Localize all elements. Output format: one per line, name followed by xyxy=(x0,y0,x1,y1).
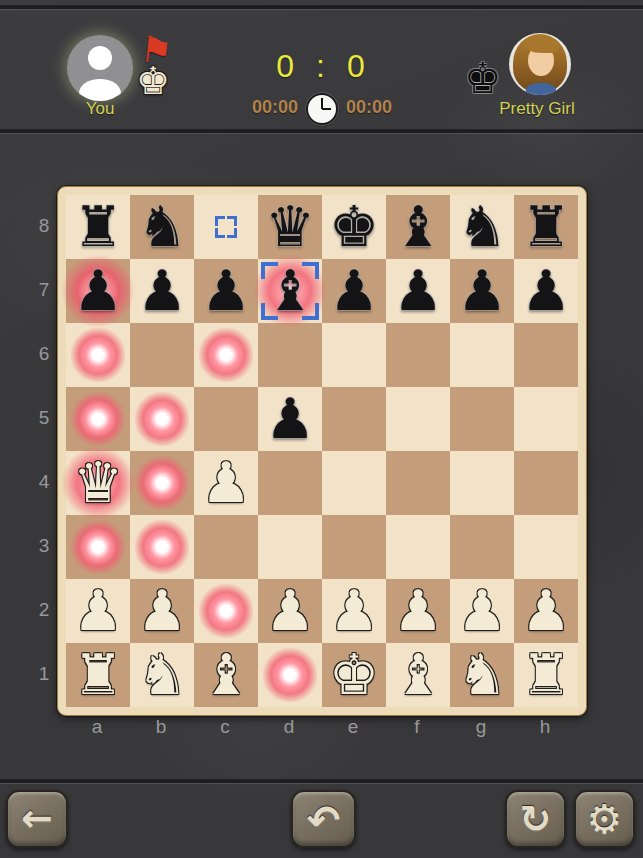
black-pawn-h7: ♟ xyxy=(514,259,578,323)
white-knight-g1: ♞ xyxy=(450,643,514,707)
rotate-icon: ↻ xyxy=(520,797,552,841)
rank-labels: 87654321 xyxy=(34,194,54,706)
header-divider xyxy=(0,130,643,133)
top-ridge xyxy=(0,6,643,9)
square-h7[interactable]: ♟ xyxy=(514,259,578,323)
white-pawn-e2: ♟ xyxy=(322,579,386,643)
square-a6[interactable] xyxy=(66,323,130,387)
square-c4[interactable]: ♟ xyxy=(194,451,258,515)
square-a8[interactable]: ♜ xyxy=(66,195,130,259)
bracket-corner xyxy=(215,216,225,226)
white-queen-a4: ♛ xyxy=(66,451,130,515)
square-d1[interactable] xyxy=(258,643,322,707)
bracket-corner xyxy=(227,216,237,226)
square-g4[interactable] xyxy=(450,451,514,515)
white-pawn-g2: ♟ xyxy=(450,579,514,643)
square-d3[interactable] xyxy=(258,515,322,579)
white-pawn-h2: ♟ xyxy=(514,579,578,643)
attack-dot xyxy=(71,520,125,574)
square-a5[interactable] xyxy=(66,387,130,451)
square-g5[interactable] xyxy=(450,387,514,451)
square-a7[interactable]: ♟ xyxy=(66,259,130,323)
rank-label-2: 2 xyxy=(34,578,54,642)
square-b1[interactable]: ♞ xyxy=(130,643,194,707)
white-bishop-c1: ♝ xyxy=(194,643,258,707)
square-d2[interactable]: ♟ xyxy=(258,579,322,643)
score-right: 0 xyxy=(327,48,387,85)
square-b3[interactable] xyxy=(130,515,194,579)
white-rook-h1: ♜ xyxy=(514,643,578,707)
square-g2[interactable]: ♟ xyxy=(450,579,514,643)
file-label-e: e xyxy=(321,716,385,738)
black-bishop-f8: ♝ xyxy=(386,195,450,259)
square-g8[interactable]: ♞ xyxy=(450,195,514,259)
square-e8[interactable]: ♚ xyxy=(322,195,386,259)
square-d8[interactable]: ♛ xyxy=(258,195,322,259)
black-knight-g8: ♞ xyxy=(450,195,514,259)
square-a1[interactable]: ♜ xyxy=(66,643,130,707)
black-pawn-f7: ♟ xyxy=(386,259,450,323)
bracket-corner xyxy=(227,228,237,238)
square-f6[interactable] xyxy=(386,323,450,387)
square-d4[interactable] xyxy=(258,451,322,515)
white-pawn-b2: ♟ xyxy=(130,579,194,643)
bracket-corner xyxy=(302,303,319,320)
rank-label-3: 3 xyxy=(34,514,54,578)
move-origin-bracket xyxy=(215,216,237,238)
square-f7[interactable]: ♟ xyxy=(386,259,450,323)
white-rook-a1: ♜ xyxy=(66,643,130,707)
file-label-h: h xyxy=(513,716,577,738)
move-target-bracket xyxy=(261,262,319,320)
square-f8[interactable]: ♝ xyxy=(386,195,450,259)
square-b6[interactable] xyxy=(130,323,194,387)
black-pawn-e7: ♟ xyxy=(322,259,386,323)
settings-button[interactable]: ⚙ xyxy=(574,790,635,848)
black-pawn-b7: ♟ xyxy=(130,259,194,323)
black-pawn-g7: ♟ xyxy=(450,259,514,323)
square-a2[interactable]: ♟ xyxy=(66,579,130,643)
square-c2[interactable] xyxy=(194,579,258,643)
square-e7[interactable]: ♟ xyxy=(322,259,386,323)
rotate-board-button[interactable]: ↻ xyxy=(505,790,566,848)
attack-dot xyxy=(71,328,125,382)
square-c7[interactable]: ♟ xyxy=(194,259,258,323)
square-f3[interactable] xyxy=(386,515,450,579)
back-button[interactable]: ← xyxy=(6,790,68,848)
square-f5[interactable] xyxy=(386,387,450,451)
square-e4[interactable] xyxy=(322,451,386,515)
square-g3[interactable] xyxy=(450,515,514,579)
file-label-a: a xyxy=(65,716,129,738)
left-timer: 00:00 xyxy=(238,97,298,118)
white-king-e1: ♚ xyxy=(322,643,386,707)
square-e6[interactable] xyxy=(322,323,386,387)
right-player-name: Pretty Girl xyxy=(462,99,612,119)
black-pawn-c7: ♟ xyxy=(194,259,258,323)
square-d6[interactable] xyxy=(258,323,322,387)
square-h2[interactable]: ♟ xyxy=(514,579,578,643)
rank-label-6: 6 xyxy=(34,322,54,386)
app-screen: ⚑ ♚ You 0:0 00:00 00:00 ♚ Pretty Girl 87… xyxy=(0,0,643,858)
square-d5[interactable]: ♟ xyxy=(258,387,322,451)
square-b5[interactable] xyxy=(130,387,194,451)
square-e2[interactable]: ♟ xyxy=(322,579,386,643)
chess-board: ♜♞♛♚♝♞♜♟♟♟♝♟♟♟♟♟♛♟♟♟♟♟♟♟♟♜♞♝♚♝♞♜ xyxy=(57,186,587,716)
black-pawn-a7: ♟ xyxy=(66,259,130,323)
attack-dot xyxy=(71,392,125,446)
opponent-avatar xyxy=(509,33,571,95)
score-left: 0 xyxy=(256,48,316,85)
rank-label-8: 8 xyxy=(34,194,54,258)
left-player-name: You xyxy=(40,99,160,119)
square-c5[interactable] xyxy=(194,387,258,451)
undo-icon: ↶ xyxy=(307,797,341,843)
square-h4[interactable] xyxy=(514,451,578,515)
file-labels: abcdefgh xyxy=(65,716,577,738)
board-grid: ♜♞♛♚♝♞♜♟♟♟♝♟♟♟♟♟♛♟♟♟♟♟♟♟♟♜♞♝♚♝♞♜ xyxy=(66,195,578,707)
square-h6[interactable] xyxy=(514,323,578,387)
attack-dot xyxy=(199,584,253,638)
file-label-d: d xyxy=(257,716,321,738)
square-e3[interactable] xyxy=(322,515,386,579)
black-bishop-d7: ♝ xyxy=(258,259,322,323)
square-h3[interactable] xyxy=(514,515,578,579)
black-rook-h8: ♜ xyxy=(514,195,578,259)
white-knight-b1: ♞ xyxy=(130,643,194,707)
square-b8[interactable]: ♞ xyxy=(130,195,194,259)
rank-label-1: 1 xyxy=(34,642,54,706)
right-timer: 00:00 xyxy=(346,97,406,118)
square-h1[interactable]: ♜ xyxy=(514,643,578,707)
score-separator: : xyxy=(316,48,327,85)
square-c3[interactable] xyxy=(194,515,258,579)
white-bishop-f1: ♝ xyxy=(386,643,450,707)
attack-dot xyxy=(135,392,189,446)
red-glow xyxy=(61,254,135,328)
square-c6[interactable] xyxy=(194,323,258,387)
red-glow xyxy=(61,446,135,520)
avatar-bangs xyxy=(523,37,559,53)
footer-divider xyxy=(0,780,643,783)
square-b4[interactable] xyxy=(130,451,194,515)
square-f2[interactable]: ♟ xyxy=(386,579,450,643)
square-c1[interactable]: ♝ xyxy=(194,643,258,707)
bracket-corner xyxy=(261,303,278,320)
avatar-shirt xyxy=(526,83,556,95)
black-knight-b8: ♞ xyxy=(130,195,194,259)
square-f1[interactable]: ♝ xyxy=(386,643,450,707)
square-c8[interactable] xyxy=(194,195,258,259)
square-b2[interactable]: ♟ xyxy=(130,579,194,643)
square-g7[interactable]: ♟ xyxy=(450,259,514,323)
square-e5[interactable] xyxy=(322,387,386,451)
square-e1[interactable]: ♚ xyxy=(322,643,386,707)
white-pawn-f2: ♟ xyxy=(386,579,450,643)
red-glow xyxy=(253,254,327,328)
square-g6[interactable] xyxy=(450,323,514,387)
file-label-f: f xyxy=(385,716,449,738)
black-pawn-d5: ♟ xyxy=(258,387,322,451)
bracket-corner xyxy=(261,262,278,279)
rank-label-5: 5 xyxy=(34,386,54,450)
white-pawn-a2: ♟ xyxy=(66,579,130,643)
file-label-g: g xyxy=(449,716,513,738)
attack-dot xyxy=(135,520,189,574)
rank-label-4: 4 xyxy=(34,450,54,514)
square-h8[interactable]: ♜ xyxy=(514,195,578,259)
attack-dot xyxy=(263,648,317,702)
white-pawn-d2: ♟ xyxy=(258,579,322,643)
undo-button[interactable]: ↶ xyxy=(291,790,356,848)
attack-dot xyxy=(199,328,253,382)
square-a4[interactable]: ♛ xyxy=(66,451,130,515)
attack-dot xyxy=(135,456,189,510)
black-queen-d8: ♛ xyxy=(258,195,322,259)
white-pawn-c4: ♟ xyxy=(194,451,258,515)
square-h5[interactable] xyxy=(514,387,578,451)
square-f4[interactable] xyxy=(386,451,450,515)
back-arrow-icon: ← xyxy=(21,796,53,840)
file-label-c: c xyxy=(193,716,257,738)
rank-label-7: 7 xyxy=(34,258,54,322)
clock-icon xyxy=(306,93,338,125)
file-label-b: b xyxy=(129,716,193,738)
black-king-e8: ♚ xyxy=(322,195,386,259)
square-g1[interactable]: ♞ xyxy=(450,643,514,707)
square-d7[interactable]: ♝ xyxy=(258,259,322,323)
black-king-icon: ♚ xyxy=(464,58,502,100)
black-rook-a8: ♜ xyxy=(66,195,130,259)
square-b7[interactable]: ♟ xyxy=(130,259,194,323)
bracket-corner xyxy=(302,262,319,279)
square-a3[interactable] xyxy=(66,515,130,579)
gear-icon: ⚙ xyxy=(587,796,623,842)
bracket-corner xyxy=(215,228,225,238)
